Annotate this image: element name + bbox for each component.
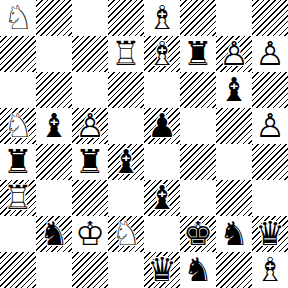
square-d3[interactable] <box>108 180 144 216</box>
square-d2[interactable]: ♞♘ <box>108 216 144 252</box>
piece-white-knight: ♞♘ <box>0 0 36 36</box>
piece-outline-layer: ♗ <box>144 0 180 36</box>
square-e8[interactable]: ♝♗ <box>144 0 180 36</box>
piece-white-bishop: ♝♗ <box>252 252 288 288</box>
square-c6[interactable] <box>72 72 108 108</box>
piece-outline-layer: ♙ <box>252 36 288 72</box>
square-b2[interactable]: ♞♞ <box>36 216 72 252</box>
square-c5[interactable]: ♟♙ <box>72 108 108 144</box>
square-g4[interactable] <box>216 144 252 180</box>
piece-outline-layer: ♜ <box>72 144 108 180</box>
piece-black-queen: ♛♛ <box>252 216 288 252</box>
piece-outline-layer: ♝ <box>144 180 180 216</box>
square-d6[interactable] <box>108 72 144 108</box>
square-g3[interactable] <box>216 180 252 216</box>
piece-black-rook: ♜♜ <box>0 144 36 180</box>
piece-outline-layer: ♗ <box>144 36 180 72</box>
square-h7[interactable]: ♟♙ <box>252 36 288 72</box>
square-e3[interactable]: ♝♝ <box>144 180 180 216</box>
square-c4[interactable]: ♜♜ <box>72 144 108 180</box>
square-a3[interactable]: ♜♖ <box>0 180 36 216</box>
square-g7[interactable]: ♟♙ <box>216 36 252 72</box>
square-e2[interactable] <box>144 216 180 252</box>
square-f5[interactable] <box>180 108 216 144</box>
piece-outline-layer: ♞ <box>180 252 216 288</box>
piece-white-rook: ♜♖ <box>0 180 36 216</box>
piece-outline-layer: ♘ <box>0 0 36 36</box>
piece-black-knight: ♞♞ <box>36 216 72 252</box>
piece-black-knight: ♞♞ <box>216 216 252 252</box>
square-g1[interactable] <box>216 252 252 288</box>
square-f1[interactable]: ♞♞ <box>180 252 216 288</box>
square-a8[interactable]: ♞♘ <box>0 0 36 36</box>
piece-outline-layer: ♙ <box>216 36 252 72</box>
piece-outline-layer: ♟ <box>144 108 180 144</box>
square-b7[interactable] <box>36 36 72 72</box>
square-c3[interactable] <box>72 180 108 216</box>
square-f8[interactable] <box>180 0 216 36</box>
piece-white-bishop: ♝♗ <box>144 36 180 72</box>
piece-outline-layer: ♝ <box>216 72 252 108</box>
square-e4[interactable] <box>144 144 180 180</box>
square-c1[interactable] <box>72 252 108 288</box>
piece-black-king: ♚♚ <box>180 216 216 252</box>
square-e6[interactable] <box>144 72 180 108</box>
square-b4[interactable] <box>36 144 72 180</box>
piece-outline-layer: ♜ <box>180 36 216 72</box>
square-a4[interactable]: ♜♜ <box>0 144 36 180</box>
square-f3[interactable] <box>180 180 216 216</box>
square-b1[interactable] <box>36 252 72 288</box>
piece-outline-layer: ♜ <box>0 144 36 180</box>
piece-outline-layer: ♙ <box>72 108 108 144</box>
piece-white-knight: ♞♘ <box>0 108 36 144</box>
square-f7[interactable]: ♜♜ <box>180 36 216 72</box>
piece-black-bishop: ♝♝ <box>216 72 252 108</box>
square-e7[interactable]: ♝♗ <box>144 36 180 72</box>
piece-outline-layer: ♙ <box>252 108 288 144</box>
square-g5[interactable] <box>216 108 252 144</box>
piece-black-rook: ♜♜ <box>72 144 108 180</box>
square-d5[interactable] <box>108 108 144 144</box>
square-c7[interactable] <box>72 36 108 72</box>
square-h3[interactable] <box>252 180 288 216</box>
square-b8[interactable] <box>36 0 72 36</box>
piece-white-rook: ♜♖ <box>108 36 144 72</box>
square-f2[interactable]: ♚♚ <box>180 216 216 252</box>
square-d1[interactable] <box>108 252 144 288</box>
square-h6[interactable] <box>252 72 288 108</box>
piece-white-pawn: ♟♙ <box>252 108 288 144</box>
piece-black-pawn: ♟♟ <box>144 108 180 144</box>
square-h5[interactable]: ♟♙ <box>252 108 288 144</box>
piece-white-pawn: ♟♙ <box>216 36 252 72</box>
square-a6[interactable] <box>0 72 36 108</box>
piece-white-pawn: ♟♙ <box>252 36 288 72</box>
square-b3[interactable] <box>36 180 72 216</box>
piece-outline-layer: ♞ <box>36 216 72 252</box>
square-c2[interactable]: ♚♔ <box>72 216 108 252</box>
square-b5[interactable]: ♝♝ <box>36 108 72 144</box>
square-d8[interactable] <box>108 0 144 36</box>
piece-white-king: ♚♔ <box>72 216 108 252</box>
square-g2[interactable]: ♞♞ <box>216 216 252 252</box>
piece-black-queen: ♛♛ <box>144 252 180 288</box>
piece-white-pawn: ♟♙ <box>72 108 108 144</box>
square-e1[interactable]: ♛♛ <box>144 252 180 288</box>
square-b6[interactable] <box>36 72 72 108</box>
piece-black-rook: ♜♜ <box>180 36 216 72</box>
piece-outline-layer: ♝ <box>108 144 144 180</box>
piece-black-bishop: ♝♝ <box>108 144 144 180</box>
square-d4[interactable]: ♝♝ <box>108 144 144 180</box>
piece-outline-layer: ♛ <box>252 216 288 252</box>
square-d7[interactable]: ♜♖ <box>108 36 144 72</box>
piece-white-bishop: ♝♗ <box>144 0 180 36</box>
square-f4[interactable] <box>180 144 216 180</box>
square-a2[interactable] <box>0 216 36 252</box>
square-g8[interactable] <box>216 0 252 36</box>
piece-outline-layer: ♘ <box>0 108 36 144</box>
square-e5[interactable]: ♟♟ <box>144 108 180 144</box>
square-a5[interactable]: ♞♘ <box>0 108 36 144</box>
piece-black-bishop: ♝♝ <box>36 108 72 144</box>
square-h4[interactable] <box>252 144 288 180</box>
square-f6[interactable] <box>180 72 216 108</box>
square-h8[interactable] <box>252 0 288 36</box>
square-g6[interactable]: ♝♝ <box>216 72 252 108</box>
piece-black-knight: ♞♞ <box>180 252 216 288</box>
piece-outline-layer: ♔ <box>72 216 108 252</box>
piece-outline-layer: ♝ <box>36 108 72 144</box>
piece-outline-layer: ♛ <box>144 252 180 288</box>
piece-outline-layer: ♖ <box>108 36 144 72</box>
piece-outline-layer: ♘ <box>108 216 144 252</box>
square-a7[interactable] <box>0 36 36 72</box>
piece-outline-layer: ♗ <box>252 252 288 288</box>
square-a1[interactable] <box>0 252 36 288</box>
piece-outline-layer: ♖ <box>0 180 36 216</box>
square-h1[interactable]: ♝♗ <box>252 252 288 288</box>
piece-outline-layer: ♚ <box>180 216 216 252</box>
square-h2[interactable]: ♛♛ <box>252 216 288 252</box>
square-c8[interactable] <box>72 0 108 36</box>
piece-black-bishop: ♝♝ <box>144 180 180 216</box>
piece-white-knight: ♞♘ <box>108 216 144 252</box>
piece-outline-layer: ♞ <box>216 216 252 252</box>
chess-board: ♞♘♝♗♜♖♝♗♜♜♟♙♟♙♝♝♞♘♝♝♟♙♟♟♟♙♜♜♜♜♝♝♜♖♝♝♞♞♚♔… <box>0 0 288 288</box>
